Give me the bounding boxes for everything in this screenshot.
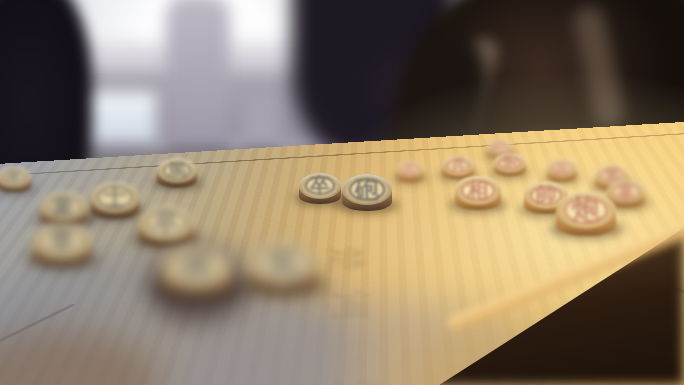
xiangqi-piece-red-18: 帥 xyxy=(524,182,568,217)
piece-top: 砲 xyxy=(342,174,392,205)
xiangqi-piece-red-11: 兵 xyxy=(396,161,424,183)
xiangqi-piece-black-5: 砲 xyxy=(342,174,392,214)
piece-shadow xyxy=(294,191,347,205)
piece-side xyxy=(90,197,140,219)
piece-engraving: 兵 xyxy=(400,163,420,176)
xiangqi-piece-red-17: 相 xyxy=(455,176,501,213)
piece-side xyxy=(556,210,616,236)
xiangqi-piece-red-14: 兵 xyxy=(547,159,577,183)
piece-side xyxy=(595,175,629,190)
piece-shadow xyxy=(438,170,478,181)
piece-side xyxy=(442,165,474,179)
xiangqi-piece-black-3: 馬 xyxy=(157,158,197,190)
piece-top: 帥 xyxy=(524,182,568,209)
piece-side xyxy=(396,169,424,181)
piece-shadow xyxy=(490,167,530,178)
xiangqi-piece-black-1: 卒 xyxy=(0,167,31,194)
piece-engraving: 象 xyxy=(47,196,82,217)
piece-engraving: 仕 xyxy=(491,142,510,154)
piece-engraving: 馬 xyxy=(600,168,624,183)
piece-shadow xyxy=(543,173,581,183)
piece-engraving: 卒 xyxy=(2,170,26,185)
xiangqi-piece-red-12: 兵 xyxy=(442,156,474,182)
piece-engraving: 炮 xyxy=(564,197,607,224)
piece-top: 士 xyxy=(90,182,140,213)
piece-shadow xyxy=(549,219,625,239)
piece-side xyxy=(138,223,194,248)
xiangqi-piece-red-16: 仕 xyxy=(487,140,513,161)
piece-shadow xyxy=(449,197,507,213)
piece-side xyxy=(487,147,513,158)
piece-side xyxy=(157,170,197,188)
piece-engraving: 帥 xyxy=(530,186,562,206)
piece-engraving: 士 xyxy=(97,186,133,208)
piece-shadow xyxy=(602,197,650,210)
xiangqi-piece-black-2: 士 xyxy=(90,182,140,222)
piece-side xyxy=(40,206,88,227)
piece-engraving: 相 xyxy=(461,180,494,201)
piece-shadow xyxy=(591,180,634,192)
piece-engraving: 兵 xyxy=(551,162,573,175)
piece-top: 相 xyxy=(455,176,501,205)
piece-shadow xyxy=(336,197,399,214)
piece-shadow xyxy=(0,182,36,194)
piece-top: 仕 xyxy=(487,140,513,156)
xiangqi-piece-black-8: 卒 xyxy=(138,206,194,251)
scene: 楚河 漢界 卒士馬卒砲象車卒將馬兵兵炮兵馬仕相帥炮車 xyxy=(0,0,684,385)
piece-shadow xyxy=(84,205,147,222)
piece-side xyxy=(0,177,31,192)
piece-side xyxy=(455,190,501,210)
piece-side xyxy=(524,195,568,214)
piece-top: 炮 xyxy=(556,192,616,229)
piece-engraving: 炮 xyxy=(498,156,521,170)
piece-top: 馬 xyxy=(595,165,629,186)
defocused-foreground-piece xyxy=(148,252,248,324)
piece-engraving: 車 xyxy=(612,183,639,200)
piece-shadow xyxy=(519,202,574,217)
xiangqi-piece-red-15: 馬 xyxy=(595,165,629,192)
piece-top: 象 xyxy=(40,192,88,222)
piece-engraving: 砲 xyxy=(349,178,385,200)
xiangqi-piece-red-13: 炮 xyxy=(494,153,526,179)
piece-side xyxy=(607,191,645,208)
piece-top: 炮 xyxy=(494,153,526,173)
xiangqi-piece-red-19: 炮 xyxy=(556,192,616,240)
piece-side xyxy=(494,162,526,176)
piece-engraving: 馬 xyxy=(163,162,192,180)
piece-engraving: 兵 xyxy=(446,159,469,173)
piece-top: 卒 xyxy=(0,167,31,188)
piece-shadow xyxy=(393,174,428,184)
piece-side xyxy=(547,168,577,181)
piece-shadow xyxy=(484,151,517,160)
piece-shadow xyxy=(152,176,202,190)
xiangqi-piece-red-20: 車 xyxy=(607,180,645,210)
piece-top: 卒 xyxy=(138,206,194,241)
piece-side xyxy=(299,185,341,204)
xiangqi-piece-black-6: 象 xyxy=(40,192,88,230)
piece-engraving: 卒 xyxy=(146,211,186,236)
piece-top: 馬 xyxy=(157,158,197,183)
piece-top: 兵 xyxy=(547,159,577,178)
piece-engraving: 車 xyxy=(40,228,83,255)
piece-top: 兵 xyxy=(396,161,424,178)
xiangqi-piece-black-4: 卒 xyxy=(299,173,341,207)
piece-top: 卒 xyxy=(299,173,341,199)
piece-top: 車 xyxy=(607,180,645,204)
piece-side xyxy=(342,189,392,211)
piece-shadow xyxy=(34,213,94,229)
piece-top: 兵 xyxy=(442,156,474,176)
piece-engraving: 卒 xyxy=(305,176,335,195)
